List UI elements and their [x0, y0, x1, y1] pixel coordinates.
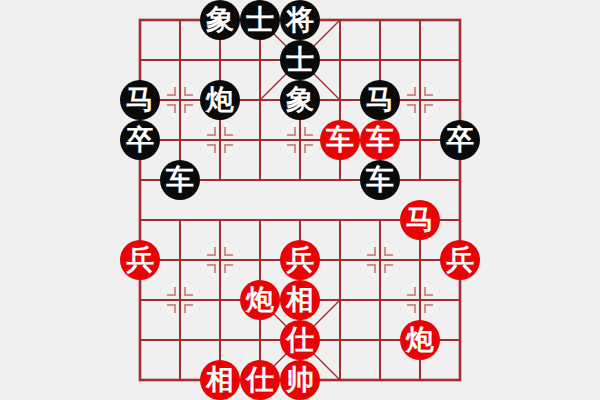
piece-black-chariot[interactable]: 车: [160, 160, 200, 200]
piece-black-advisor[interactable]: 士: [240, 0, 280, 40]
piece-red-pawn[interactable]: 兵: [120, 240, 160, 280]
piece-black-king[interactable]: 将: [280, 0, 320, 40]
piece-red-pawn[interactable]: 兵: [440, 240, 480, 280]
piece-black-pawn[interactable]: 卒: [120, 120, 160, 160]
piece-red-elephant[interactable]: 相: [280, 280, 320, 320]
piece-red-chariot[interactable]: 车: [320, 120, 360, 160]
piece-black-chariot[interactable]: 车: [360, 160, 400, 200]
piece-red-advisor[interactable]: 仕: [280, 320, 320, 360]
piece-red-elephant[interactable]: 相: [200, 360, 240, 400]
piece-red-horse[interactable]: 马: [400, 200, 440, 240]
piece-red-advisor[interactable]: 仕: [240, 360, 280, 400]
piece-black-elephant[interactable]: 象: [200, 0, 240, 40]
piece-black-horse[interactable]: 马: [120, 80, 160, 120]
piece-red-chariot[interactable]: 车: [360, 120, 400, 160]
piece-red-king[interactable]: 帅: [280, 360, 320, 400]
piece-black-horse[interactable]: 马: [360, 80, 400, 120]
piece-black-elephant[interactable]: 象: [280, 80, 320, 120]
piece-red-pawn[interactable]: 兵: [280, 240, 320, 280]
piece-red-cannon[interactable]: 炮: [400, 320, 440, 360]
piece-black-cannon[interactable]: 炮: [200, 80, 240, 120]
piece-black-advisor[interactable]: 士: [280, 40, 320, 80]
piece-grid: 象士将士马炮象马卒车车卒车车马兵兵兵炮相仕炮相仕帅: [120, 0, 480, 400]
piece-red-cannon[interactable]: 炮: [240, 280, 280, 320]
xiangqi-board: 象士将士马炮象马卒车车卒车车马兵兵兵炮相仕炮相仕帅: [0, 0, 600, 400]
piece-black-pawn[interactable]: 卒: [440, 120, 480, 160]
